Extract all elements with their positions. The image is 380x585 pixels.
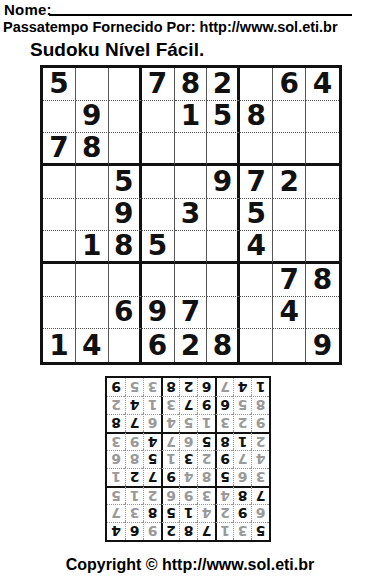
solution-cell-r3c1: 7	[251, 486, 269, 504]
solution-cell-r3c2: 8	[233, 486, 251, 504]
puzzle-cell-r8c9[interactable]	[306, 297, 339, 330]
puzzle-cell-r6c7: 4	[240, 231, 273, 264]
solution-cell-r4c9: 1	[107, 468, 125, 486]
solution-cell-r8c4: 9	[197, 396, 215, 414]
solution-cell-r9c2: 4	[233, 378, 251, 396]
puzzle-cell-r3c7[interactable]	[240, 133, 273, 166]
puzzle-cell-r9c7[interactable]	[240, 329, 273, 362]
puzzle-cell-r4c9[interactable]	[306, 166, 339, 199]
solution-cell-r2c4: 4	[197, 504, 215, 522]
puzzle-cell-r7c2[interactable]	[76, 264, 109, 297]
puzzle-cell-r8c2[interactable]	[76, 297, 109, 330]
puzzle-cell-r8c6[interactable]	[207, 297, 240, 330]
puzzle-cell-r2c5: 1	[175, 101, 208, 134]
puzzle-cell-r1c2[interactable]	[76, 68, 109, 101]
puzzle-cell-r7c7[interactable]	[240, 264, 273, 297]
solution-cell-r5c8: 8	[125, 450, 143, 468]
worksheet-page: Nome: Passatempo Fornecido Por: http://w…	[0, 0, 380, 585]
puzzle-cell-r5c8[interactable]	[273, 199, 306, 232]
solution-cell-r9c9: 9	[107, 378, 125, 396]
solution-cell-r6c6: 7	[161, 432, 179, 450]
solution-cell-r6c4: 5	[197, 432, 215, 450]
puzzle-cell-r2c9[interactable]	[306, 101, 339, 134]
puzzle-cell-r5c1[interactable]	[43, 199, 76, 232]
solution-cell-r8c2: 5	[233, 396, 251, 414]
solution-cell-r1c3: 1	[215, 522, 233, 540]
puzzle-cell-r9c2: 4	[76, 329, 109, 362]
solution-cell-r7c4: 1	[197, 414, 215, 432]
puzzle-cell-r9c4: 6	[142, 329, 175, 362]
solution-cell-r2c3: 2	[215, 504, 233, 522]
puzzle-cell-r5c4[interactable]	[142, 199, 175, 232]
solution-cell-r4c8: 2	[125, 468, 143, 486]
solution-cell-r7c2: 2	[233, 414, 251, 432]
puzzle-cell-r3c9[interactable]	[306, 133, 339, 166]
puzzle-cell-r6c5[interactable]	[175, 231, 208, 264]
puzzle-cell-r3c6[interactable]	[207, 133, 240, 166]
solution-cell-r3c7: 2	[143, 486, 161, 504]
solution-cell-r3c9: 5	[107, 486, 125, 504]
puzzle-cell-r1c3[interactable]	[109, 68, 142, 101]
copyright-text: Copyright © http://www.sol.eti.br	[0, 556, 380, 574]
puzzle-cell-r1c6: 2	[207, 68, 240, 101]
puzzle-cell-r5c3: 9	[109, 199, 142, 232]
solution-cell-r4c5: 4	[179, 468, 197, 486]
puzzle-cell-r6c4: 5	[142, 231, 175, 264]
puzzle-cell-r7c6[interactable]	[207, 264, 240, 297]
solution-grid: 5317829646924158377843962153658497214792…	[105, 376, 271, 542]
solution-cell-r8c3: 6	[215, 396, 233, 414]
puzzle-cell-r1c4: 7	[142, 68, 175, 101]
puzzle-cell-r2c3[interactable]	[109, 101, 142, 134]
puzzle-cell-r5c2[interactable]	[76, 199, 109, 232]
solution-cell-r6c1: 2	[251, 432, 269, 450]
puzzle-grid: 57826491587859729351854786974146289	[40, 65, 342, 365]
solution-cell-r1c5: 8	[179, 522, 197, 540]
solution-cell-r7c6: 4	[161, 414, 179, 432]
solution-cell-r6c9: 3	[107, 432, 125, 450]
puzzle-cell-r6c3: 8	[109, 231, 142, 264]
solution-cell-r7c5: 5	[179, 414, 197, 432]
solution-cell-r2c5: 1	[179, 504, 197, 522]
solution-cell-r6c8: 9	[125, 432, 143, 450]
puzzle-cell-r4c8: 2	[273, 166, 306, 199]
name-fill-line	[49, 14, 352, 16]
solution-cell-r4c3: 5	[215, 468, 233, 486]
puzzle-cell-r3c3[interactable]	[109, 133, 142, 166]
puzzle-cell-r7c9: 8	[306, 264, 339, 297]
puzzle-cell-r5c6[interactable]	[207, 199, 240, 232]
puzzle-cell-r1c7[interactable]	[240, 68, 273, 101]
solution-cell-r8c7: 1	[143, 396, 161, 414]
page-title: Sudoku Nível Fácil.	[30, 39, 204, 61]
solution-cell-r7c3: 3	[215, 414, 233, 432]
solution-cell-r1c7: 9	[143, 522, 161, 540]
solution-cell-r2c2: 9	[233, 504, 251, 522]
solution-cell-r2c6: 5	[161, 504, 179, 522]
puzzle-cell-r9c6: 8	[207, 329, 240, 362]
puzzle-cell-r3c5[interactable]	[175, 133, 208, 166]
solution-cell-r6c3: 8	[215, 432, 233, 450]
puzzle-cell-r6c6[interactable]	[207, 231, 240, 264]
puzzle-cell-r3c8[interactable]	[273, 133, 306, 166]
solution-cell-r6c5: 6	[179, 432, 197, 450]
solution-cell-r3c8: 1	[125, 486, 143, 504]
solution-cell-r9c1: 1	[251, 378, 269, 396]
solution-cell-r3c4: 3	[197, 486, 215, 504]
solution-cell-r5c2: 7	[233, 450, 251, 468]
puzzle-cell-r9c8[interactable]	[273, 329, 306, 362]
puzzle-cell-r7c3[interactable]	[109, 264, 142, 297]
puzzle-cell-r8c3: 6	[109, 297, 142, 330]
puzzle-cell-r9c3[interactable]	[109, 329, 142, 362]
provider-line: Passatempo Fornecido Por: http://www.sol…	[3, 19, 338, 35]
puzzle-cell-r8c1[interactable]	[43, 297, 76, 330]
puzzle-cell-r9c1: 1	[43, 329, 76, 362]
name-label: Nome:	[4, 1, 52, 18]
puzzle-cell-r2c6: 5	[207, 101, 240, 134]
solution-cell-r2c8: 3	[125, 504, 143, 522]
solution-cell-r9c6: 8	[161, 378, 179, 396]
puzzle-cell-r2c1[interactable]	[43, 101, 76, 134]
solution-cell-r7c8: 7	[125, 414, 143, 432]
puzzle-cell-r8c4: 9	[142, 297, 175, 330]
puzzle-cell-r4c4[interactable]	[142, 166, 175, 199]
solution-cell-r1c2: 3	[233, 522, 251, 540]
puzzle-cell-r4c3: 5	[109, 166, 142, 199]
puzzle-cell-r8c7[interactable]	[240, 297, 273, 330]
puzzle-cell-r2c7: 8	[240, 101, 273, 134]
puzzle-cell-r4c5[interactable]	[175, 166, 208, 199]
solution-cell-r1c6: 2	[161, 522, 179, 540]
puzzle-cell-r5c5: 3	[175, 199, 208, 232]
puzzle-cell-r9c5: 2	[175, 329, 208, 362]
puzzle-cell-r1c8: 6	[273, 68, 306, 101]
solution-cell-r3c6: 6	[161, 486, 179, 504]
puzzle-cell-r5c7: 5	[240, 199, 273, 232]
puzzle-cell-r1c5: 8	[175, 68, 208, 101]
puzzle-cell-r6c8[interactable]	[273, 231, 306, 264]
solution-cell-r7c1: 9	[251, 414, 269, 432]
solution-cell-r5c3: 9	[215, 450, 233, 468]
solution-cell-r1c9: 4	[107, 522, 125, 540]
puzzle-cell-r7c8: 7	[273, 264, 306, 297]
solution-cell-r5c1: 4	[251, 450, 269, 468]
solution-cell-r1c4: 7	[197, 522, 215, 540]
solution-cell-r1c8: 6	[125, 522, 143, 540]
solution-cell-r9c5: 2	[179, 378, 197, 396]
solution-cell-r2c9: 7	[107, 504, 125, 522]
solution-cell-r3c5: 9	[179, 486, 197, 504]
puzzle-cell-r7c4[interactable]	[142, 264, 175, 297]
puzzle-cell-r4c2[interactable]	[76, 166, 109, 199]
solution-cell-r5c5: 3	[179, 450, 197, 468]
solution-cell-r5c7: 5	[143, 450, 161, 468]
puzzle-cell-r4c6: 9	[207, 166, 240, 199]
solution-cell-r1c1: 5	[251, 522, 269, 540]
puzzle-cell-r4c1[interactable]	[43, 166, 76, 199]
solution-cell-r9c8: 5	[125, 378, 143, 396]
solution-cell-r4c7: 7	[143, 468, 161, 486]
solution-cell-r2c7: 8	[143, 504, 161, 522]
solution-cell-r9c3: 7	[215, 378, 233, 396]
puzzle-cell-r3c4[interactable]	[142, 133, 175, 166]
puzzle-cell-r2c4[interactable]	[142, 101, 175, 134]
solution-cell-r6c2: 1	[233, 432, 251, 450]
puzzle-cell-r8c8: 4	[273, 297, 306, 330]
solution-cell-r3c3: 4	[215, 486, 233, 504]
solution-cell-r2c1: 6	[251, 504, 269, 522]
solution-cell-r6c7: 4	[143, 432, 161, 450]
puzzle-cell-r1c1: 5	[43, 68, 76, 101]
puzzle-cell-r4c7: 7	[240, 166, 273, 199]
solution-cell-r4c6: 9	[161, 468, 179, 486]
puzzle-cell-r3c2: 8	[76, 133, 109, 166]
puzzle-cell-r7c1[interactable]	[43, 264, 76, 297]
solution-cell-r9c4: 6	[197, 378, 215, 396]
puzzle-cell-r8c5: 7	[175, 297, 208, 330]
solution-cell-r8c8: 4	[125, 396, 143, 414]
puzzle-cell-r5c9[interactable]	[306, 199, 339, 232]
solution-cell-r5c4: 2	[197, 450, 215, 468]
puzzle-cell-r2c8[interactable]	[273, 101, 306, 134]
solution-cell-r4c1: 3	[251, 468, 269, 486]
solution-cell-r8c6: 3	[161, 396, 179, 414]
solution-cell-r5c6: 1	[161, 450, 179, 468]
solution-cell-r8c1: 8	[251, 396, 269, 414]
puzzle-cell-r1c9: 4	[306, 68, 339, 101]
puzzle-cell-r7c5[interactable]	[175, 264, 208, 297]
solution-cell-r7c7: 6	[143, 414, 161, 432]
puzzle-cell-r6c2: 1	[76, 231, 109, 264]
solution-cell-r4c2: 6	[233, 468, 251, 486]
solution-cell-r4c4: 8	[197, 468, 215, 486]
solution-cell-r7c9: 8	[107, 414, 125, 432]
puzzle-cell-r2c2: 9	[76, 101, 109, 134]
solution-cell-r8c5: 7	[179, 396, 197, 414]
puzzle-cell-r9c9: 9	[306, 329, 339, 362]
puzzle-cell-r6c9[interactable]	[306, 231, 339, 264]
solution-cell-r9c7: 3	[143, 378, 161, 396]
solution-cell-r8c9: 2	[107, 396, 125, 414]
solution-cell-r5c9: 6	[107, 450, 125, 468]
puzzle-cell-r3c1: 7	[43, 133, 76, 166]
puzzle-cell-r6c1[interactable]	[43, 231, 76, 264]
